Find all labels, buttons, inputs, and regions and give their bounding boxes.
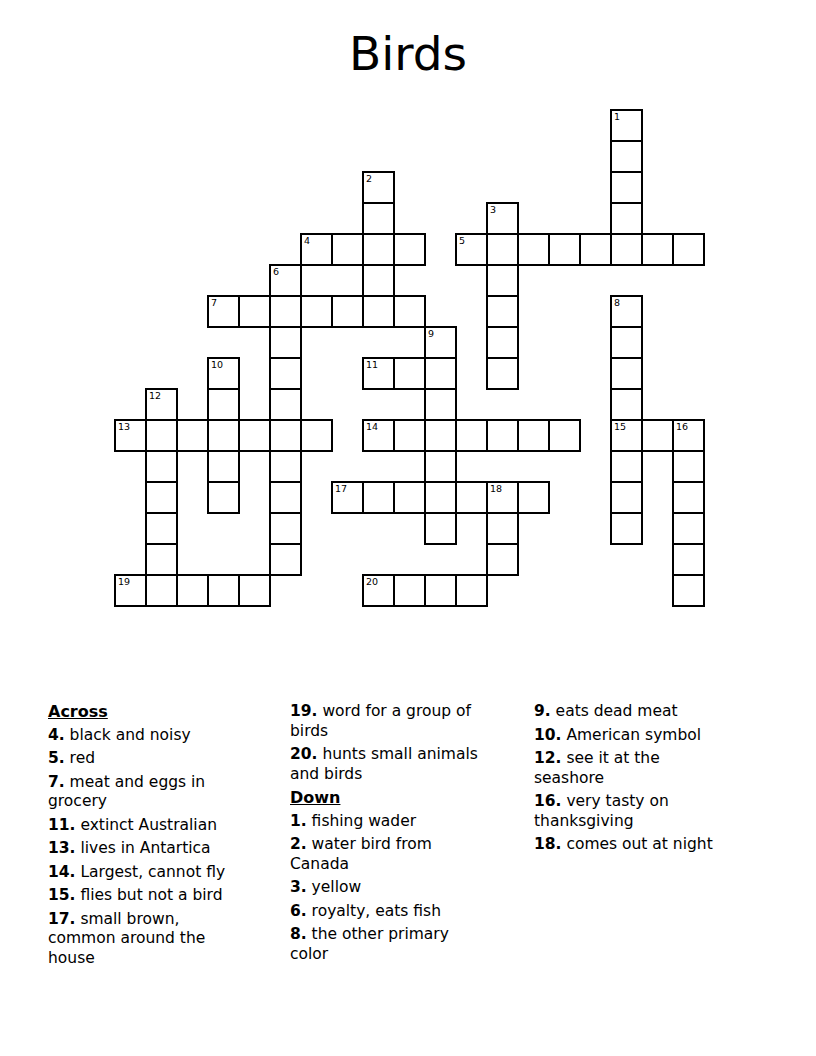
clue-across-13: 13. lives in Antartica [48,839,240,859]
clue-down-2: 2. water bird from Canada [290,835,483,874]
cell-r15c2[interactable] [176,574,209,607]
clue-number-13: 13 [118,421,130,432]
clue-across-7: 7. meat and eggs in grocery [48,773,240,812]
clue-number-label: 19. [290,702,317,720]
cell-r11c10[interactable] [424,450,457,483]
cell-r4c11[interactable]: 5 [455,233,488,266]
cell-r11c18[interactable] [672,450,705,483]
clues-heading-down: Down [290,788,483,808]
clue-across-20: 20. hunts small animals and birds [290,745,483,784]
cell-r14c5[interactable] [269,543,302,576]
cell-r5c8[interactable] [362,264,395,297]
cell-r15c18[interactable] [672,574,705,607]
cell-r2c8[interactable]: 2 [362,171,395,204]
cell-r9c5[interactable] [269,388,302,421]
cell-r7c10[interactable]: 9 [424,326,457,359]
cell-r4c7[interactable] [331,233,364,266]
cell-r5c5[interactable]: 6 [269,264,302,297]
clue-number-20: 20 [366,576,378,587]
cell-r12c10[interactable] [424,481,457,514]
clues-column-3: 9. eats dead meat10. American symbol12. … [534,702,717,859]
cell-r14c12[interactable] [486,543,519,576]
cell-r4c8[interactable] [362,233,395,266]
cell-r2c16[interactable] [610,171,643,204]
cell-r12c7[interactable]: 17 [331,481,364,514]
clue-across-19: 19. word for a group of birds [290,702,483,741]
cell-r11c16[interactable] [610,450,643,483]
clue-down-10: 10. American symbol [534,726,717,746]
cell-r14c1[interactable] [145,543,178,576]
clue-across-4: 4. black and noisy [48,726,240,746]
clue-down-12: 12. see it at the seashore [534,749,717,788]
cell-r10c2[interactable] [176,419,209,452]
cell-r3c8[interactable] [362,202,395,235]
clue-down-8: 8. the other primary color [290,925,483,964]
clue-number-2: 2 [366,173,372,184]
cell-r12c5[interactable] [269,481,302,514]
cell-r12c1[interactable] [145,481,178,514]
clue-down-3: 3. yellow [290,878,483,898]
clue-number-label: 4. [48,726,65,744]
cell-r15c1[interactable] [145,574,178,607]
cell-r15c0[interactable]: 19 [114,574,147,607]
clue-number-label: 15. [48,886,75,904]
cell-r8c5[interactable] [269,357,302,390]
clue-number-8: 8 [614,297,620,308]
clues-column-1: Across4. black and noisy5. red7. meat an… [48,702,240,972]
clue-number-label: 11. [48,816,75,834]
cell-r4c16[interactable] [610,233,643,266]
clue-number-3: 3 [490,204,496,215]
cell-r12c11[interactable] [455,481,488,514]
cell-r6c5[interactable] [269,295,302,328]
clue-number-6: 6 [273,266,279,277]
cell-r10c6[interactable] [300,419,333,452]
cell-r4c18[interactable] [672,233,705,266]
clue-number-label: 2. [290,835,307,853]
cell-r6c16[interactable]: 8 [610,295,643,328]
cell-r7c16[interactable] [610,326,643,359]
cell-r13c1[interactable] [145,512,178,545]
crossword-page: Birds 1234567891011121314151617181920 Ac… [0,0,816,1056]
page-title: Birds [0,27,816,81]
clue-number-label: 13. [48,839,75,857]
cell-r10c18[interactable]: 16 [672,419,705,452]
clue-down-9: 9. eats dead meat [534,702,717,722]
cell-r15c10[interactable] [424,574,457,607]
cell-r9c3[interactable] [207,388,240,421]
cell-r5c12[interactable] [486,264,519,297]
cell-r10c5[interactable] [269,419,302,452]
clue-number-7: 7 [211,297,217,308]
clue-number-label: 12. [534,749,561,767]
cell-r12c12[interactable]: 18 [486,481,519,514]
clue-number-4: 4 [304,235,310,246]
cell-r4c12[interactable] [486,233,519,266]
cell-r12c13[interactable] [517,481,550,514]
clue-number-label: 16. [534,792,561,810]
cell-r6c4[interactable] [238,295,271,328]
clue-number-label: 10. [534,726,561,744]
cell-r13c12[interactable] [486,512,519,545]
cell-r9c10[interactable] [424,388,457,421]
cell-r10c4[interactable] [238,419,271,452]
cell-r4c17[interactable] [641,233,674,266]
clues-heading-across: Across [48,702,240,722]
cell-r1c16[interactable] [610,140,643,173]
cell-r10c16[interactable]: 15 [610,419,643,452]
cell-r6c9[interactable] [393,295,426,328]
cell-r13c5[interactable] [269,512,302,545]
clue-number-label: 8. [290,925,307,943]
cell-r7c12[interactable] [486,326,519,359]
clue-number-18: 18 [490,483,502,494]
clue-number-16: 16 [676,421,688,432]
clue-across-11: 11. extinct Australian [48,816,240,836]
clue-number-label: 18. [534,835,561,853]
clue-number-label: 5. [48,749,65,767]
cell-r4c14[interactable] [548,233,581,266]
cell-r6c12[interactable] [486,295,519,328]
cell-r6c7[interactable] [331,295,364,328]
cell-r15c8[interactable]: 20 [362,574,395,607]
cell-r10c13[interactable] [517,419,550,452]
cell-r8c9[interactable] [393,357,426,390]
cell-r15c4[interactable] [238,574,271,607]
clue-across-5: 5. red [48,749,240,769]
cell-r0c16[interactable]: 1 [610,109,643,142]
cell-r11c3[interactable] [207,450,240,483]
cell-r12c3[interactable] [207,481,240,514]
clue-number-17: 17 [335,483,347,494]
clue-number-label: 3. [290,878,307,896]
cell-r15c3[interactable] [207,574,240,607]
cell-r4c6[interactable]: 4 [300,233,333,266]
cell-r10c10[interactable] [424,419,457,452]
clue-down-6: 6. royalty, eats fish [290,902,483,922]
cell-r15c11[interactable] [455,574,488,607]
cell-r10c14[interactable] [548,419,581,452]
cell-r13c10[interactable] [424,512,457,545]
cell-r10c11[interactable] [455,419,488,452]
clue-number-label: 7. [48,773,65,791]
cell-r10c0[interactable]: 13 [114,419,147,452]
cell-r6c8[interactable] [362,295,395,328]
clue-down-1: 1. fishing wader [290,812,483,832]
clue-number-label: 14. [48,863,75,881]
cell-r8c16[interactable] [610,357,643,390]
cell-r6c3[interactable]: 7 [207,295,240,328]
clue-number-10: 10 [211,359,223,370]
cell-r13c16[interactable] [610,512,643,545]
cell-r10c3[interactable] [207,419,240,452]
cell-r12c9[interactable] [393,481,426,514]
cell-r10c8[interactable]: 14 [362,419,395,452]
clue-number-label: 9. [534,702,551,720]
cell-r8c10[interactable] [424,357,457,390]
clue-number-1: 1 [614,111,620,122]
cell-r12c16[interactable] [610,481,643,514]
cell-r9c1[interactable]: 12 [145,388,178,421]
clue-number-19: 19 [118,576,130,587]
cell-r8c8[interactable]: 11 [362,357,395,390]
cell-r3c16[interactable] [610,202,643,235]
clue-number-11: 11 [366,359,378,370]
cell-r10c12[interactable] [486,419,519,452]
clue-across-15: 15. flies but not a bird [48,886,240,906]
cell-r4c15[interactable] [579,233,612,266]
clue-across-17: 17. small brown, common around the house [48,910,240,969]
clue-number-15: 15 [614,421,626,432]
clue-number-label: 6. [290,902,307,920]
clue-number-label: 20. [290,745,317,763]
cell-r10c9[interactable] [393,419,426,452]
cell-r9c16[interactable] [610,388,643,421]
cell-r12c8[interactable] [362,481,395,514]
cell-r15c9[interactable] [393,574,426,607]
crossword-grid: 1234567891011121314151617181920 [114,109,705,607]
cell-r14c18[interactable] [672,543,705,576]
clue-number-9: 9 [428,328,434,339]
cell-r13c18[interactable] [672,512,705,545]
clue-down-18: 18. comes out at night [534,835,717,855]
cell-r4c13[interactable] [517,233,550,266]
clue-across-14: 14. Largest, cannot fly [48,863,240,883]
clue-number-14: 14 [366,421,378,432]
clue-number-label: 1. [290,812,307,830]
clue-number-5: 5 [459,235,465,246]
cell-r7c5[interactable] [269,326,302,359]
cell-r12c18[interactable] [672,481,705,514]
clues-column-2: 19. word for a group of birds20. hunts s… [290,702,483,968]
cell-r11c5[interactable] [269,450,302,483]
cell-r10c1[interactable] [145,419,178,452]
cell-r6c6[interactable] [300,295,333,328]
cell-r11c1[interactable] [145,450,178,483]
cell-r8c3[interactable]: 10 [207,357,240,390]
clue-number-12: 12 [149,390,161,401]
clue-down-16: 16. very tasty on thanksgiving [534,792,717,831]
cell-r4c9[interactable] [393,233,426,266]
clue-number-label: 17. [48,910,75,928]
cell-r10c17[interactable] [641,419,674,452]
cell-r8c12[interactable] [486,357,519,390]
cell-r3c12[interactable]: 3 [486,202,519,235]
